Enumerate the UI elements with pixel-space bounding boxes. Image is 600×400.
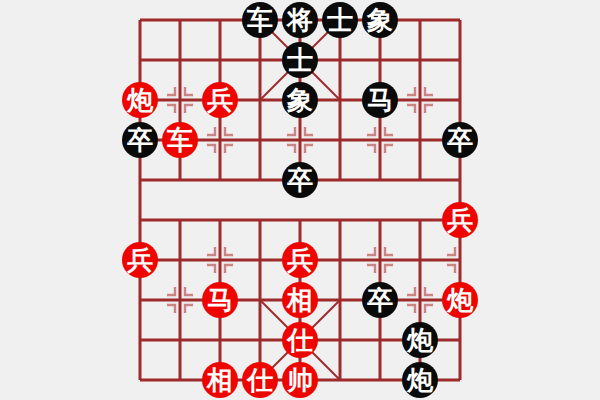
black-general[interactable]: 将 [282,2,318,38]
red-cannon[interactable]: 炮 [122,82,158,118]
red-elephant[interactable]: 相 [282,282,318,318]
black-cannon[interactable]: 炮 [402,322,438,358]
black-advisor[interactable]: 士 [322,2,358,38]
black-soldier[interactable]: 卒 [442,122,478,158]
red-soldier[interactable]: 兵 [122,242,158,278]
red-soldier[interactable]: 兵 [202,82,238,118]
black-elephant[interactable]: 象 [362,2,398,38]
red-chariot[interactable]: 车 [162,122,198,158]
red-general[interactable]: 帅 [282,362,318,398]
red-soldier[interactable]: 兵 [442,202,478,238]
red-advisor[interactable]: 仕 [282,322,318,358]
red-cannon[interactable]: 炮 [442,282,478,318]
black-elephant[interactable]: 象 [282,82,318,118]
black-soldier[interactable]: 卒 [362,282,398,318]
red-elephant[interactable]: 相 [202,362,238,398]
black-cannon[interactable]: 炮 [402,362,438,398]
black-chariot[interactable]: 车 [242,2,278,38]
red-horse[interactable]: 马 [202,282,238,318]
xiangqi-board[interactable]: 车将士象士炮兵象马卒车卒卒兵兵兵马相卒炮仕炮相仕帅炮 [120,0,480,400]
black-advisor[interactable]: 士 [282,42,318,78]
red-advisor[interactable]: 仕 [242,362,278,398]
xiangqi-app-screen: 车将士象士炮兵象马卒车卒卒兵兵兵马相卒炮仕炮相仕帅炮 [0,0,600,400]
black-horse[interactable]: 马 [362,82,398,118]
black-soldier[interactable]: 卒 [122,122,158,158]
black-soldier[interactable]: 卒 [282,162,318,198]
red-soldier[interactable]: 兵 [282,242,318,278]
